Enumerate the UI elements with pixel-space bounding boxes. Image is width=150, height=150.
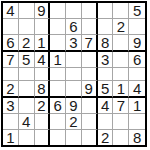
sudoku-cell-r6c5[interactable] <box>66 81 82 98</box>
sudoku-cell-r7c8[interactable]: 7 <box>113 98 129 114</box>
sudoku-cell-r6c9[interactable]: 4 <box>129 81 145 98</box>
sudoku-cell-r2c5[interactable]: 6 <box>66 19 82 35</box>
sudoku-cell-r4c5[interactable] <box>66 52 82 68</box>
sudoku-cell-r9c9[interactable]: 8 <box>129 130 145 145</box>
sudoku-cell-r2c4[interactable] <box>50 19 66 35</box>
sudoku-cell-r6c4[interactable] <box>50 81 66 98</box>
sudoku-cell-r3c4[interactable] <box>50 35 66 52</box>
sudoku-cell-r3c6[interactable]: 7 <box>82 35 98 52</box>
sudoku-cell-r9c4[interactable] <box>50 130 66 145</box>
sudoku-cell-r2c7[interactable] <box>98 19 114 35</box>
sudoku-cell-r2c6[interactable] <box>82 19 98 35</box>
sudoku-cell-r3c1[interactable]: 6 <box>3 35 19 52</box>
sudoku-cell-r6c6[interactable]: 9 <box>82 81 98 98</box>
sudoku-cell-r9c6[interactable] <box>82 130 98 145</box>
sudoku-cell-r3c5[interactable]: 3 <box>66 35 82 52</box>
sudoku-cell-r1c6[interactable] <box>82 3 98 19</box>
sudoku-cell-r3c2[interactable]: 2 <box>19 35 35 52</box>
sudoku-cell-r8c7[interactable] <box>98 114 114 130</box>
sudoku-board: 495626213789754136289514326947142128 <box>1 1 147 147</box>
sudoku-cell-r7c9[interactable]: 1 <box>129 98 145 114</box>
sudoku-cell-r5c2[interactable] <box>19 68 35 81</box>
sudoku-cell-r9c3[interactable] <box>35 130 51 145</box>
sudoku-cell-r1c3[interactable]: 9 <box>35 3 51 19</box>
sudoku-cell-r4c7[interactable]: 3 <box>98 52 114 68</box>
sudoku-cell-r3c8[interactable] <box>113 35 129 52</box>
sudoku-cell-r3c7[interactable]: 8 <box>98 35 114 52</box>
sudoku-cell-r8c2[interactable]: 4 <box>19 114 35 130</box>
sudoku-cell-r7c4[interactable]: 6 <box>50 98 66 114</box>
sudoku-cell-r9c1[interactable]: 1 <box>3 130 19 145</box>
sudoku-cell-r6c2[interactable] <box>19 81 35 98</box>
sudoku-cell-r1c7[interactable] <box>98 3 114 19</box>
sudoku-cell-r6c1[interactable]: 2 <box>3 81 19 98</box>
sudoku-cell-r1c2[interactable] <box>19 3 35 19</box>
sudoku-cell-r5c5[interactable] <box>66 68 82 81</box>
sudoku-cell-r1c8[interactable] <box>113 3 129 19</box>
sudoku-cell-r3c3[interactable]: 1 <box>35 35 51 52</box>
sudoku-cell-r1c9[interactable]: 5 <box>129 3 145 19</box>
sudoku-cell-r7c1[interactable]: 3 <box>3 98 19 114</box>
sudoku-cell-r1c4[interactable] <box>50 3 66 19</box>
sudoku-cell-r3c9[interactable]: 9 <box>129 35 145 52</box>
sudoku-cell-r5c4[interactable] <box>50 68 66 81</box>
sudoku-cell-r2c9[interactable] <box>129 19 145 35</box>
sudoku-cell-r2c1[interactable] <box>3 19 19 35</box>
sudoku-cell-r1c5[interactable] <box>66 3 82 19</box>
sudoku-cell-r8c9[interactable] <box>129 114 145 130</box>
sudoku-cell-r7c2[interactable] <box>19 98 35 114</box>
sudoku-cell-r8c6[interactable] <box>82 114 98 130</box>
sudoku-cell-r4c6[interactable] <box>82 52 98 68</box>
sudoku-cell-r8c1[interactable] <box>3 114 19 130</box>
sudoku-cell-r7c5[interactable]: 9 <box>66 98 82 114</box>
sudoku-cell-r2c3[interactable] <box>35 19 51 35</box>
sudoku-cell-r4c8[interactable] <box>113 52 129 68</box>
sudoku-cell-r9c5[interactable] <box>66 130 82 145</box>
sudoku-cell-r8c4[interactable] <box>50 114 66 130</box>
sudoku-cell-r9c7[interactable]: 2 <box>98 130 114 145</box>
sudoku-cell-r2c2[interactable] <box>19 19 35 35</box>
sudoku-cell-r9c2[interactable] <box>19 130 35 145</box>
sudoku-cell-r4c9[interactable]: 6 <box>129 52 145 68</box>
sudoku-cell-r8c3[interactable] <box>35 114 51 130</box>
sudoku-cell-r6c3[interactable]: 8 <box>35 81 51 98</box>
sudoku-page: 495626213789754136289514326947142128 <box>0 0 150 150</box>
sudoku-cell-r9c8[interactable] <box>113 130 129 145</box>
sudoku-cell-r8c8[interactable] <box>113 114 129 130</box>
sudoku-cell-r8c5[interactable]: 2 <box>66 114 82 130</box>
sudoku-cell-r4c3[interactable]: 4 <box>35 52 51 68</box>
sudoku-cell-r6c8[interactable]: 1 <box>113 81 129 98</box>
sudoku-cell-r1c1[interactable]: 4 <box>3 3 19 19</box>
sudoku-cell-r7c6[interactable] <box>82 98 98 114</box>
sudoku-cell-r7c7[interactable]: 4 <box>98 98 114 114</box>
sudoku-cell-r6c7[interactable]: 5 <box>98 81 114 98</box>
sudoku-cell-r4c1[interactable]: 7 <box>3 52 19 68</box>
sudoku-cell-r7c3[interactable]: 2 <box>35 98 51 114</box>
sudoku-cell-r2c8[interactable]: 2 <box>113 19 129 35</box>
sudoku-cell-r4c4[interactable]: 1 <box>50 52 66 68</box>
sudoku-cell-r4c2[interactable]: 5 <box>19 52 35 68</box>
